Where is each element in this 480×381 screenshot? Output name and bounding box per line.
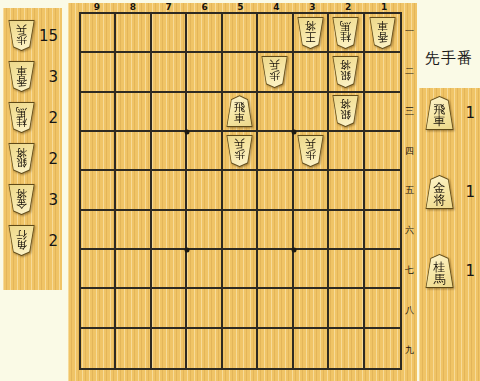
board-cell[interactable]: 歩兵	[223, 132, 258, 171]
board-cell[interactable]: 王将	[294, 14, 329, 53]
star-point	[291, 248, 296, 253]
board-cell[interactable]	[223, 53, 258, 92]
board-cell[interactable]	[116, 211, 151, 250]
rank-label: 二	[402, 52, 417, 92]
piece-count: 2	[48, 232, 58, 250]
board-cell[interactable]	[116, 14, 151, 53]
piece-count: 2	[48, 109, 58, 127]
board-cell[interactable]	[152, 171, 187, 210]
board-cell[interactable]	[187, 250, 222, 289]
piece-face: 香車	[8, 62, 35, 91]
piece-face: 歩兵	[297, 136, 324, 166]
board-cell[interactable]	[116, 250, 151, 289]
board-cell[interactable]	[152, 250, 187, 289]
board-cell[interactable]	[258, 171, 293, 210]
shogi-piece-gote[interactable]: 桂馬	[331, 17, 360, 49]
piece-kanji: 馬	[434, 273, 446, 285]
board-cell[interactable]	[81, 53, 116, 92]
piece-kanji: 桂	[434, 261, 446, 273]
rank-label: 五	[402, 171, 417, 211]
piece-body-rotated: 歩兵	[260, 56, 289, 88]
piece-kanji: 車	[16, 65, 27, 75]
board-cell[interactable]	[187, 211, 222, 250]
piece-body-rotated: 歩兵	[225, 135, 254, 167]
board-cell[interactable]	[258, 132, 293, 171]
piece-count: 2	[48, 150, 58, 168]
board-cell[interactable]	[258, 211, 293, 250]
board-cell[interactable]	[81, 171, 116, 210]
board-cell[interactable]: 歩兵	[294, 132, 329, 171]
rank-labels: 一二三四五六七八九	[402, 12, 417, 370]
piece-count: 1	[465, 96, 475, 130]
board-cell[interactable]	[81, 93, 116, 132]
shogi-piece-sente[interactable]: 飛車	[424, 96, 455, 130]
board-cell[interactable]	[294, 289, 329, 328]
board-cell[interactable]: 銀将	[329, 93, 364, 132]
rank-label: 八	[402, 290, 417, 330]
board-cell[interactable]	[116, 93, 151, 132]
piece-kanji: 将	[16, 147, 27, 157]
piece-face: 金将	[8, 185, 35, 214]
board-cell[interactable]	[223, 289, 258, 328]
board-cell[interactable]	[294, 211, 329, 250]
board-cell[interactable]	[116, 132, 151, 171]
piece-face: 歩兵	[8, 21, 35, 50]
piece-kanji: 兵	[16, 24, 27, 34]
board-cell[interactable]	[365, 53, 400, 92]
board-cell[interactable]	[152, 329, 187, 368]
piece-kanji: 将	[16, 188, 27, 198]
board-cell[interactable]	[152, 132, 187, 171]
piece-face: 王将	[297, 18, 324, 48]
piece-count: 15	[39, 27, 58, 45]
piece-body-rotated: 歩兵	[296, 135, 325, 167]
piece-kanji: 馬	[340, 20, 351, 31]
board-cell[interactable]	[223, 329, 258, 368]
board-cell[interactable]	[258, 289, 293, 328]
gote-hand-entry: 歩兵15	[7, 15, 58, 56]
file-label: 2	[330, 3, 366, 12]
piece-kanji: 兵	[269, 59, 280, 70]
board-cell[interactable]	[329, 250, 364, 289]
board-cell[interactable]	[116, 171, 151, 210]
board-cell[interactable]	[223, 14, 258, 53]
piece-face: 香車	[369, 18, 396, 48]
board-cell[interactable]	[116, 53, 151, 92]
sente-hand-entry: 桂馬1	[424, 254, 475, 333]
file-label: 6	[187, 3, 223, 12]
board-cell[interactable]	[329, 289, 364, 328]
board-cell[interactable]	[365, 329, 400, 368]
piece-face: 飛車	[226, 96, 253, 126]
piece-kanji: 香	[377, 31, 388, 42]
piece-body: 桂馬	[424, 254, 455, 288]
rank-label: 七	[402, 251, 417, 291]
gote-hand-entry: 角行2	[7, 220, 58, 261]
board-cell[interactable]: 桂馬	[329, 14, 364, 53]
shogi-piece-gote[interactable]: 角行	[7, 225, 36, 256]
piece-body: 飛車	[225, 95, 254, 127]
gote-hand-entry: 桂馬2	[7, 97, 58, 138]
board-cell[interactable]	[116, 329, 151, 368]
board-area: 987654321 王将桂馬香車歩兵銀将飛車銀将歩兵歩兵 一二三四五六七八九	[68, 3, 417, 381]
piece-body-rotated: 銀将	[331, 56, 360, 88]
piece-face: 銀将	[332, 57, 359, 87]
board-cell[interactable]: 飛車	[223, 93, 258, 132]
piece-kanji: 歩	[305, 149, 316, 160]
shogi-piece-gote[interactable]: 銀将	[331, 95, 360, 127]
piece-kanji: 馬	[16, 106, 27, 116]
board-cell[interactable]	[81, 211, 116, 250]
board-cell[interactable]	[329, 132, 364, 171]
piece-count: 1	[465, 254, 475, 288]
piece-face: 桂馬	[425, 255, 454, 287]
piece-face: 桂馬	[332, 18, 359, 48]
board-cell[interactable]	[152, 93, 187, 132]
star-point	[185, 130, 190, 135]
piece-kanji: 金	[434, 182, 446, 194]
piece-kanji: 飛	[434, 103, 446, 115]
piece-kanji: 将	[340, 99, 351, 110]
gote-hand-entry: 銀将2	[7, 138, 58, 179]
board-cell[interactable]	[152, 289, 187, 328]
file-label: 5	[223, 3, 259, 12]
piece-face: 金将	[425, 176, 454, 208]
piece-kanji: 桂	[340, 31, 351, 42]
piece-body-rotated: 香車	[368, 17, 397, 49]
piece-kanji: 兵	[305, 138, 316, 149]
board-cell[interactable]	[223, 171, 258, 210]
board-cell[interactable]	[365, 171, 400, 210]
piece-kanji: 銀	[340, 110, 351, 121]
shogi-board: 王将桂馬香車歩兵銀将飛車銀将歩兵歩兵	[79, 12, 402, 370]
board-cell[interactable]	[81, 250, 116, 289]
star-point	[291, 130, 296, 135]
piece-kanji: 将	[305, 20, 316, 31]
shogi-piece-gote[interactable]: 歩兵	[260, 56, 289, 88]
rank-label: 三	[402, 92, 417, 132]
board-cell[interactable]	[258, 93, 293, 132]
shogi-piece-gote[interactable]: 歩兵	[225, 135, 254, 167]
shogi-piece-sente[interactable]: 金将	[424, 175, 455, 209]
piece-body-rotated: 王将	[296, 17, 325, 49]
board-cell[interactable]	[294, 329, 329, 368]
board-cell[interactable]	[187, 329, 222, 368]
piece-kanji: 将	[340, 59, 351, 70]
piece-kanji: 歩	[234, 149, 245, 160]
board-cell[interactable]	[258, 329, 293, 368]
piece-count: 3	[48, 191, 58, 209]
rank-label: 六	[402, 211, 417, 251]
board-cell[interactable]	[294, 93, 329, 132]
shogi-piece-sente[interactable]: 桂馬	[424, 254, 455, 288]
piece-body-rotated: 金将	[7, 184, 36, 215]
board-cell[interactable]	[329, 211, 364, 250]
file-label: 1	[366, 3, 402, 12]
gote-hand-entry: 金将3	[7, 179, 58, 220]
piece-kanji: 銀	[340, 70, 351, 81]
shogi-piece-gote[interactable]: 歩兵	[7, 20, 36, 51]
board-cell[interactable]	[365, 132, 400, 171]
piece-kanji: 行	[16, 229, 27, 239]
file-label: 9	[79, 3, 115, 12]
board-cell[interactable]	[81, 289, 116, 328]
shogi-piece-gote[interactable]: 桂馬	[7, 102, 36, 133]
piece-body-rotated: 角行	[7, 225, 36, 256]
piece-kanji: 兵	[234, 138, 245, 149]
board-cell[interactable]	[152, 14, 187, 53]
piece-face: 飛車	[425, 97, 454, 129]
board-cell[interactable]	[187, 93, 222, 132]
sente-hand-entry: 飛車1	[424, 96, 475, 175]
shogi-diagram: 歩兵15香車3桂馬2銀将2金将3角行2 987654321 王将桂馬香車歩兵銀将…	[0, 0, 480, 381]
board-cell[interactable]	[365, 250, 400, 289]
shogi-piece-gote[interactable]: 歩兵	[296, 135, 325, 167]
board-cell[interactable]	[81, 14, 116, 53]
piece-kanji: 車	[434, 115, 446, 127]
sente-hand-entry: 金将1	[424, 175, 475, 254]
board-cell[interactable]	[81, 329, 116, 368]
piece-count: 1	[465, 175, 475, 209]
board-cell[interactable]	[223, 250, 258, 289]
star-point	[185, 248, 190, 253]
board-cell[interactable]	[365, 211, 400, 250]
piece-face: 歩兵	[261, 57, 288, 87]
shogi-piece-gote[interactable]: 王将	[296, 17, 325, 49]
rank-label: 一	[402, 12, 417, 52]
gote-hand-entry: 香車3	[7, 56, 58, 97]
board-cell[interactable]	[116, 289, 151, 328]
piece-face: 角行	[8, 226, 35, 255]
board-cell[interactable]	[365, 289, 400, 328]
rank-label: 四	[402, 131, 417, 171]
gote-hand-tray: 歩兵15香車3桂馬2銀将2金将3角行2	[3, 8, 62, 290]
board-cell[interactable]	[187, 14, 222, 53]
piece-kanji: 車	[377, 20, 388, 31]
piece-kanji: 王	[305, 31, 316, 42]
file-label: 4	[258, 3, 294, 12]
file-labels: 987654321	[79, 3, 402, 12]
board-cell[interactable]	[258, 250, 293, 289]
file-label: 8	[115, 3, 151, 12]
piece-count: 3	[48, 68, 58, 86]
piece-kanji: 歩	[269, 70, 280, 81]
board-cell[interactable]	[187, 289, 222, 328]
piece-body-rotated: 歩兵	[7, 20, 36, 51]
piece-body-rotated: 香車	[7, 61, 36, 92]
file-label: 7	[151, 3, 187, 12]
board-cell[interactable]	[223, 211, 258, 250]
board-cell[interactable]	[365, 93, 400, 132]
board-cell[interactable]	[152, 211, 187, 250]
board-cell[interactable]	[294, 53, 329, 92]
piece-face: 歩兵	[226, 136, 253, 166]
piece-body: 飛車	[424, 96, 455, 130]
board-cell[interactable]: 銀将	[329, 53, 364, 92]
piece-body-rotated: 桂馬	[331, 17, 360, 49]
sente-hand-tray: 飛車1金将1桂馬1	[419, 88, 480, 381]
piece-kanji: 車	[234, 113, 245, 124]
board-cell[interactable]	[329, 329, 364, 368]
piece-body-rotated: 銀将	[7, 143, 36, 174]
piece-face: 銀将	[332, 96, 359, 126]
shogi-piece-sente[interactable]: 飛車	[225, 95, 254, 127]
board-cell[interactable]	[294, 171, 329, 210]
piece-body-rotated: 桂馬	[7, 102, 36, 133]
file-label: 3	[294, 3, 330, 12]
piece-body: 金将	[424, 175, 455, 209]
board-cell[interactable]	[329, 171, 364, 210]
shogi-piece-gote[interactable]: 香車	[7, 61, 36, 92]
side-to-move-label: 先手番	[419, 49, 479, 68]
shogi-piece-gote[interactable]: 香車	[368, 17, 397, 49]
piece-face: 銀将	[8, 144, 35, 173]
shogi-piece-gote[interactable]: 銀将	[7, 143, 36, 174]
board-cell[interactable]	[187, 132, 222, 171]
board-cell[interactable]	[152, 53, 187, 92]
piece-face: 桂馬	[8, 103, 35, 132]
shogi-piece-gote[interactable]: 銀将	[331, 56, 360, 88]
board-cell[interactable]: 香車	[365, 14, 400, 53]
board-cell[interactable]	[187, 53, 222, 92]
board-cell[interactable]	[294, 250, 329, 289]
board-cell[interactable]	[187, 171, 222, 210]
board-cell[interactable]	[258, 14, 293, 53]
board-cell[interactable]: 歩兵	[258, 53, 293, 92]
rank-label: 九	[402, 330, 417, 370]
piece-kanji: 将	[434, 194, 446, 206]
piece-body-rotated: 銀将	[331, 95, 360, 127]
shogi-piece-gote[interactable]: 金将	[7, 184, 36, 215]
board-cell[interactable]	[81, 132, 116, 171]
